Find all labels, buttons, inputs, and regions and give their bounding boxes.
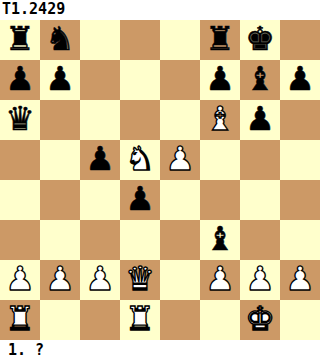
square-f2[interactable]: ♟	[200, 260, 240, 300]
square-a7[interactable]: ♟	[0, 60, 40, 100]
square-f6[interactable]: ♝	[200, 100, 240, 140]
square-f1[interactable]	[200, 300, 240, 340]
square-g7[interactable]: ♝	[240, 60, 280, 100]
square-f7[interactable]: ♟	[200, 60, 240, 100]
piece-black-queen: ♛	[5, 99, 35, 139]
piece-black-pawn: ♟	[85, 139, 115, 179]
square-b3[interactable]	[40, 220, 80, 260]
square-f5[interactable]	[200, 140, 240, 180]
square-c7[interactable]	[80, 60, 120, 100]
square-g5[interactable]	[240, 140, 280, 180]
square-e7[interactable]	[160, 60, 200, 100]
square-g6[interactable]: ♟	[240, 100, 280, 140]
piece-black-pawn: ♟	[45, 59, 75, 99]
piece-black-pawn: ♟	[5, 59, 35, 99]
square-g2[interactable]: ♟	[240, 260, 280, 300]
piece-black-pawn: ♟	[205, 59, 235, 99]
piece-white-pawn: ♟	[85, 259, 115, 299]
piece-black-pawn: ♟	[125, 179, 155, 219]
square-c6[interactable]	[80, 100, 120, 140]
piece-white-knight: ♞	[125, 139, 155, 179]
piece-white-rook: ♜	[125, 299, 155, 339]
square-e8[interactable]	[160, 20, 200, 60]
piece-black-pawn: ♟	[245, 99, 275, 139]
square-b7[interactable]: ♟	[40, 60, 80, 100]
square-e3[interactable]	[160, 220, 200, 260]
piece-white-pawn: ♟	[285, 259, 315, 299]
square-h5[interactable]	[280, 140, 320, 180]
square-g8[interactable]: ♚	[240, 20, 280, 60]
square-d2[interactable]: ♛	[120, 260, 160, 300]
move-prompt: 1. ?	[0, 340, 320, 360]
square-a3[interactable]	[0, 220, 40, 260]
piece-white-pawn: ♟	[165, 139, 195, 179]
piece-black-bishop: ♝	[205, 219, 235, 259]
square-a8[interactable]: ♜	[0, 20, 40, 60]
square-f3[interactable]: ♝	[200, 220, 240, 260]
square-f8[interactable]: ♜	[200, 20, 240, 60]
piece-black-rook: ♜	[205, 19, 235, 59]
square-a4[interactable]	[0, 180, 40, 220]
piece-white-rook: ♜	[5, 299, 35, 339]
square-b6[interactable]	[40, 100, 80, 140]
square-b5[interactable]	[40, 140, 80, 180]
square-a1[interactable]: ♜	[0, 300, 40, 340]
square-h8[interactable]	[280, 20, 320, 60]
square-f4[interactable]	[200, 180, 240, 220]
square-e4[interactable]	[160, 180, 200, 220]
chess-board: ♜♞♜♚♟♟♟♝♟♛♝♟♟♞♟♟♝♟♟♟♛♟♟♟♜♜♚	[0, 20, 320, 340]
square-b1[interactable]	[40, 300, 80, 340]
square-e2[interactable]	[160, 260, 200, 300]
piece-black-knight: ♞	[45, 19, 75, 59]
square-h4[interactable]	[280, 180, 320, 220]
square-c8[interactable]	[80, 20, 120, 60]
square-g1[interactable]: ♚	[240, 300, 280, 340]
piece-white-pawn: ♟	[45, 259, 75, 299]
piece-white-pawn: ♟	[5, 259, 35, 299]
square-e5[interactable]: ♟	[160, 140, 200, 180]
square-e6[interactable]	[160, 100, 200, 140]
piece-white-pawn: ♟	[205, 259, 235, 299]
piece-black-pawn: ♟	[285, 59, 315, 99]
square-h1[interactable]	[280, 300, 320, 340]
square-c4[interactable]	[80, 180, 120, 220]
piece-black-bishop: ♝	[245, 59, 275, 99]
square-c1[interactable]	[80, 300, 120, 340]
square-h2[interactable]: ♟	[280, 260, 320, 300]
square-d7[interactable]	[120, 60, 160, 100]
square-d6[interactable]	[120, 100, 160, 140]
piece-white-bishop: ♝	[205, 99, 235, 139]
square-a5[interactable]	[0, 140, 40, 180]
piece-white-queen: ♛	[125, 259, 155, 299]
square-h3[interactable]	[280, 220, 320, 260]
square-d1[interactable]: ♜	[120, 300, 160, 340]
square-g3[interactable]	[240, 220, 280, 260]
square-e1[interactable]	[160, 300, 200, 340]
square-g4[interactable]	[240, 180, 280, 220]
square-a2[interactable]: ♟	[0, 260, 40, 300]
square-d5[interactable]: ♞	[120, 140, 160, 180]
square-c2[interactable]: ♟	[80, 260, 120, 300]
square-d8[interactable]	[120, 20, 160, 60]
piece-black-rook: ♜	[5, 19, 35, 59]
square-b2[interactable]: ♟	[40, 260, 80, 300]
square-a6[interactable]: ♛	[0, 100, 40, 140]
piece-white-pawn: ♟	[245, 259, 275, 299]
square-h6[interactable]	[280, 100, 320, 140]
puzzle-id-title: T1.2429	[0, 0, 320, 20]
piece-white-king: ♚	[245, 299, 275, 339]
square-b4[interactable]	[40, 180, 80, 220]
square-c5[interactable]: ♟	[80, 140, 120, 180]
square-b8[interactable]: ♞	[40, 20, 80, 60]
piece-black-king: ♚	[245, 19, 275, 59]
square-d3[interactable]	[120, 220, 160, 260]
square-h7[interactable]: ♟	[280, 60, 320, 100]
square-c3[interactable]	[80, 220, 120, 260]
square-d4[interactable]: ♟	[120, 180, 160, 220]
